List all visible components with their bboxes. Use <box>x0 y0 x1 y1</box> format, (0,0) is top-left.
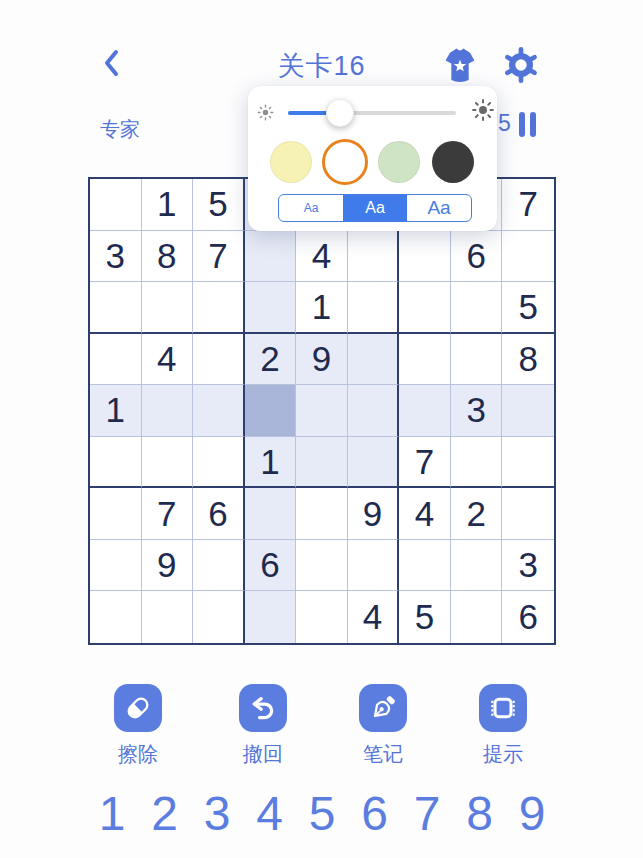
sudoku-cell-r8c3[interactable] <box>193 540 245 592</box>
sudoku-cell-r9c1[interactable] <box>90 591 142 643</box>
sudoku-cell-r8c6[interactable] <box>348 540 400 592</box>
sudoku-cell-r1c9[interactable]: 7 <box>502 179 554 231</box>
shirt-star-icon <box>440 45 480 85</box>
sudoku-cell-r4c4[interactable]: 2 <box>245 334 297 386</box>
numpad-key-9[interactable]: 9 <box>510 788 554 841</box>
sudoku-cell-r9c2[interactable] <box>142 591 194 643</box>
sudoku-cell-r7c6[interactable]: 9 <box>348 488 400 540</box>
sudoku-cell-r2c4[interactable] <box>245 231 297 283</box>
hint-label: 提示 <box>461 741 545 768</box>
font-size-segmented-control: Aa Aa Aa <box>278 194 472 222</box>
sudoku-cell-r7c7[interactable]: 4 <box>399 488 451 540</box>
board-color-option-green[interactable] <box>378 141 420 183</box>
sudoku-cell-r9c3[interactable] <box>193 591 245 643</box>
sudoku-cell-r2c8[interactable]: 6 <box>451 231 503 283</box>
numpad-key-8[interactable]: 8 <box>458 788 502 841</box>
sudoku-cell-r2c5[interactable]: 4 <box>296 231 348 283</box>
sudoku-cell-r7c2[interactable]: 7 <box>142 488 194 540</box>
sudoku-cell-r6c3[interactable] <box>193 437 245 489</box>
sudoku-cell-r1c3[interactable]: 5 <box>193 179 245 231</box>
sudoku-cell-r3c7[interactable] <box>399 282 451 334</box>
sudoku-cell-r6c2[interactable] <box>142 437 194 489</box>
numpad-key-3[interactable]: 3 <box>195 788 239 841</box>
undo-button[interactable] <box>239 684 287 732</box>
sudoku-cell-r8c1[interactable] <box>90 540 142 592</box>
sudoku-cell-r8c8[interactable] <box>451 540 503 592</box>
font-size-large[interactable]: Aa <box>407 195 471 221</box>
sudoku-cell-r1c1[interactable] <box>90 179 142 231</box>
number-pad: 123456789 <box>88 788 556 841</box>
sudoku-cell-r2c3[interactable]: 7 <box>193 231 245 283</box>
sudoku-cell-r9c4[interactable] <box>245 591 297 643</box>
sudoku-cell-r7c4[interactable] <box>245 488 297 540</box>
sudoku-cell-r9c5[interactable] <box>296 591 348 643</box>
numpad-key-4[interactable]: 4 <box>248 788 292 841</box>
sudoku-cell-r3c9[interactable]: 5 <box>502 282 554 334</box>
sudoku-cell-r5c8[interactable]: 3 <box>451 385 503 437</box>
undo-label: 撤回 <box>221 741 305 768</box>
sudoku-cell-r7c5[interactable] <box>296 488 348 540</box>
gear-icon <box>501 45 541 85</box>
difficulty-label: 专家 <box>100 116 140 143</box>
sudoku-cell-r7c9[interactable] <box>502 488 554 540</box>
hint-button[interactable] <box>479 684 527 732</box>
brightness-slider[interactable] <box>288 111 456 115</box>
sudoku-cell-r4c2[interactable]: 4 <box>142 334 194 386</box>
sudoku-cell-r4c6[interactable] <box>348 334 400 386</box>
numpad-key-6[interactable]: 6 <box>353 788 397 841</box>
sudoku-cell-r7c8[interactable]: 2 <box>451 488 503 540</box>
sudoku-cell-r4c3[interactable] <box>193 334 245 386</box>
sudoku-cell-r9c6[interactable]: 4 <box>348 591 400 643</box>
sudoku-cell-r2c2[interactable]: 8 <box>142 231 194 283</box>
pen-nib-icon <box>368 693 398 723</box>
display-settings-popup: Aa Aa Aa <box>248 86 497 231</box>
sudoku-cell-r8c2[interactable]: 9 <box>142 540 194 592</box>
pause-icon <box>519 112 525 137</box>
sudoku-cell-r6c9[interactable] <box>502 437 554 489</box>
notes-button[interactable] <box>359 684 407 732</box>
sudoku-cell-r6c6[interactable] <box>348 437 400 489</box>
sudoku-cell-r5c3[interactable] <box>193 385 245 437</box>
sudoku-cell-r8c4[interactable]: 6 <box>245 540 297 592</box>
erase-label: 擦除 <box>96 741 180 768</box>
pause-button[interactable] <box>519 112 539 138</box>
sudoku-cell-r8c5[interactable] <box>296 540 348 592</box>
sudoku-cell-r3c2[interactable] <box>142 282 194 334</box>
sudoku-cell-r4c8[interactable] <box>451 334 503 386</box>
sudoku-cell-r5c1[interactable]: 1 <box>90 385 142 437</box>
sun-bright-icon <box>472 99 494 121</box>
notes-label: 笔记 <box>341 741 425 768</box>
theme-button[interactable] <box>440 45 482 85</box>
sudoku-cell-r6c1[interactable] <box>90 437 142 489</box>
board-color-option-white-selected[interactable] <box>322 139 368 185</box>
sudoku-cell-r4c5[interactable]: 9 <box>296 334 348 386</box>
sudoku-cell-r6c8[interactable] <box>451 437 503 489</box>
numpad-key-7[interactable]: 7 <box>405 788 449 841</box>
undo-icon <box>248 693 278 723</box>
sudoku-cell-r4c9[interactable]: 8 <box>502 334 554 386</box>
sudoku-grid: 15738746154298131776942963456 <box>88 177 556 645</box>
numpad-key-2[interactable]: 2 <box>143 788 187 841</box>
sudoku-cell-r8c9[interactable]: 3 <box>502 540 554 592</box>
board-color-option-yellow[interactable] <box>270 141 312 183</box>
film-hint-icon <box>488 693 518 723</box>
sudoku-cell-r4c1[interactable] <box>90 334 142 386</box>
sudoku-cell-r7c3[interactable]: 6 <box>193 488 245 540</box>
sudoku-cell-r5c5[interactable] <box>296 385 348 437</box>
font-size-medium-selected[interactable]: Aa <box>343 195 407 221</box>
pause-icon <box>530 112 536 137</box>
font-size-small[interactable]: Aa <box>279 195 343 221</box>
sudoku-cell-r5c6[interactable] <box>348 385 400 437</box>
sudoku-cell-r3c8[interactable] <box>451 282 503 334</box>
sudoku-cell-r3c6[interactable] <box>348 282 400 334</box>
sudoku-cell-r3c3[interactable] <box>193 282 245 334</box>
sun-dim-icon <box>257 104 274 121</box>
sudoku-cell-r5c2[interactable] <box>142 385 194 437</box>
sudoku-cell-r5c9[interactable] <box>502 385 554 437</box>
settings-button[interactable] <box>501 45 543 85</box>
sudoku-cell-r5c4[interactable] <box>245 385 297 437</box>
brightness-slider-thumb[interactable] <box>326 99 354 127</box>
sudoku-cell-r8c7[interactable] <box>399 540 451 592</box>
numpad-key-5[interactable]: 5 <box>300 788 344 841</box>
sudoku-cell-r6c5[interactable] <box>296 437 348 489</box>
sudoku-cell-r9c9[interactable]: 6 <box>502 591 554 643</box>
sudoku-cell-r6c7[interactable]: 7 <box>399 437 451 489</box>
sudoku-cell-r3c5[interactable]: 1 <box>296 282 348 334</box>
timer-text: 5 <box>498 110 511 137</box>
sudoku-cell-r2c1[interactable]: 3 <box>90 231 142 283</box>
sudoku-cell-r3c1[interactable] <box>90 282 142 334</box>
sudoku-cell-r9c7[interactable]: 5 <box>399 591 451 643</box>
erase-button[interactable] <box>114 684 162 732</box>
sudoku-cell-r7c1[interactable] <box>90 488 142 540</box>
sudoku-cell-r2c9[interactable] <box>502 231 554 283</box>
sudoku-cell-r6c4[interactable]: 1 <box>245 437 297 489</box>
board-color-option-dark[interactable] <box>432 141 474 183</box>
sudoku-cell-r3c4[interactable] <box>245 282 297 334</box>
sudoku-cell-r9c8[interactable] <box>451 591 503 643</box>
sudoku-cell-r2c7[interactable] <box>399 231 451 283</box>
sudoku-cell-r4c7[interactable] <box>399 334 451 386</box>
page-title: 关卡16 <box>0 48 643 84</box>
numpad-key-1[interactable]: 1 <box>90 788 134 841</box>
sudoku-cell-r5c7[interactable] <box>399 385 451 437</box>
sudoku-cell-r2c6[interactable] <box>348 231 400 283</box>
sudoku-cell-r1c2[interactable]: 1 <box>142 179 194 231</box>
eraser-icon <box>123 693 153 723</box>
